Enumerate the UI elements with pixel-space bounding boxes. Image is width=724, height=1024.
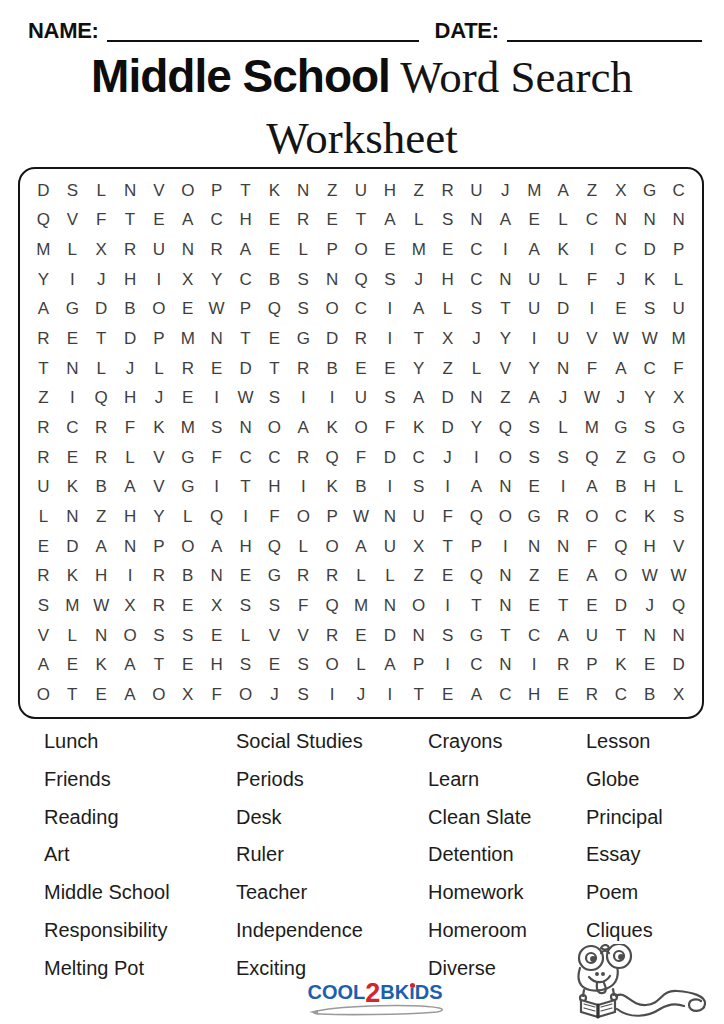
grid-cell-r9c13[interactable]: F bbox=[375, 413, 404, 443]
grid-cell-r2c9[interactable]: E bbox=[260, 206, 289, 236]
grid-cell-r17c8[interactable]: S bbox=[231, 651, 260, 681]
grid-cell-r15c8[interactable]: S bbox=[231, 591, 260, 621]
grid-cell-r2c18[interactable]: E bbox=[520, 206, 549, 236]
grid-cell-r1c17[interactable]: J bbox=[491, 176, 520, 206]
grid-cell-r4c6[interactable]: X bbox=[173, 265, 202, 295]
grid-cell-r8c12[interactable]: U bbox=[347, 384, 376, 414]
grid-cell-r18c2[interactable]: T bbox=[58, 680, 87, 710]
grid-cell-r12c18[interactable]: G bbox=[520, 502, 549, 532]
grid-cell-r18c18[interactable]: H bbox=[520, 680, 549, 710]
grid-cell-r18c22[interactable]: B bbox=[635, 680, 664, 710]
grid-cell-r1c8[interactable]: T bbox=[231, 176, 260, 206]
grid-cell-r6c10[interactable]: G bbox=[289, 324, 318, 354]
grid-cell-r6c9[interactable]: E bbox=[260, 324, 289, 354]
grid-cell-r4c14[interactable]: J bbox=[404, 265, 433, 295]
grid-cell-r17c1[interactable]: A bbox=[29, 651, 58, 681]
grid-cell-r1c2[interactable]: S bbox=[58, 176, 87, 206]
grid-cell-r4c18[interactable]: U bbox=[520, 265, 549, 295]
grid-cell-r18c9[interactable]: J bbox=[260, 680, 289, 710]
grid-cell-r4c21[interactable]: J bbox=[606, 265, 635, 295]
grid-cell-r8c2[interactable]: I bbox=[58, 384, 87, 414]
grid-cell-r13c12[interactable]: A bbox=[347, 532, 376, 562]
grid-cell-r10c17[interactable]: O bbox=[491, 443, 520, 473]
grid-cell-r3c1[interactable]: M bbox=[29, 235, 58, 265]
grid-cell-r1c13[interactable]: H bbox=[375, 176, 404, 206]
grid-cell-r14c13[interactable]: L bbox=[375, 562, 404, 592]
grid-cell-r11c8[interactable]: T bbox=[231, 473, 260, 503]
grid-cell-r16c15[interactable]: S bbox=[433, 621, 462, 651]
grid-cell-r2c8[interactable]: H bbox=[231, 206, 260, 236]
grid-cell-r3c2[interactable]: L bbox=[58, 235, 87, 265]
grid-cell-r4c19[interactable]: L bbox=[549, 265, 578, 295]
grid-cell-r5c18[interactable]: U bbox=[520, 295, 549, 325]
grid-cell-r7c10[interactable]: R bbox=[289, 354, 318, 384]
grid-cell-r18c6[interactable]: X bbox=[173, 680, 202, 710]
grid-cell-r4c13[interactable]: S bbox=[375, 265, 404, 295]
grid-cell-r9c11[interactable]: K bbox=[318, 413, 347, 443]
grid-cell-r4c17[interactable]: N bbox=[491, 265, 520, 295]
grid-cell-r11c6[interactable]: G bbox=[173, 473, 202, 503]
grid-cell-r9c19[interactable]: L bbox=[549, 413, 578, 443]
grid-cell-r13c5[interactable]: P bbox=[144, 532, 173, 562]
grid-cell-r2c21[interactable]: N bbox=[606, 206, 635, 236]
grid-cell-r3c20[interactable]: I bbox=[578, 235, 607, 265]
grid-cell-r12c23[interactable]: S bbox=[664, 502, 693, 532]
grid-cell-r7c16[interactable]: L bbox=[462, 354, 491, 384]
grid-cell-r4c16[interactable]: C bbox=[462, 265, 491, 295]
date-blank-line[interactable] bbox=[507, 16, 702, 42]
grid-cell-r8c16[interactable]: N bbox=[462, 384, 491, 414]
grid-cell-r16c8[interactable]: L bbox=[231, 621, 260, 651]
grid-cell-r18c21[interactable]: C bbox=[606, 680, 635, 710]
grid-cell-r17c4[interactable]: A bbox=[116, 651, 145, 681]
grid-cell-r4c8[interactable]: C bbox=[231, 265, 260, 295]
grid-cell-r14c11[interactable]: R bbox=[318, 562, 347, 592]
grid-cell-r9c18[interactable]: S bbox=[520, 413, 549, 443]
grid-cell-r16c12[interactable]: E bbox=[347, 621, 376, 651]
grid-cell-r13c15[interactable]: T bbox=[433, 532, 462, 562]
grid-cell-r1c4[interactable]: N bbox=[116, 176, 145, 206]
grid-cell-r9c21[interactable]: G bbox=[606, 413, 635, 443]
grid-cell-r16c5[interactable]: S bbox=[144, 621, 173, 651]
grid-cell-r12c14[interactable]: U bbox=[404, 502, 433, 532]
grid-cell-r5c12[interactable]: C bbox=[347, 295, 376, 325]
grid-cell-r15c13[interactable]: N bbox=[375, 591, 404, 621]
grid-cell-r16c11[interactable]: R bbox=[318, 621, 347, 651]
grid-cell-r15c2[interactable]: M bbox=[58, 591, 87, 621]
grid-cell-r6c20[interactable]: V bbox=[578, 324, 607, 354]
grid-cell-r14c20[interactable]: A bbox=[578, 562, 607, 592]
grid-cell-r16c13[interactable]: D bbox=[375, 621, 404, 651]
grid-cell-r17c9[interactable]: E bbox=[260, 651, 289, 681]
grid-cell-r13c6[interactable]: O bbox=[173, 532, 202, 562]
grid-cell-r12c22[interactable]: K bbox=[635, 502, 664, 532]
grid-cell-r12c11[interactable]: P bbox=[318, 502, 347, 532]
grid-cell-r4c2[interactable]: I bbox=[58, 265, 87, 295]
grid-cell-r7c3[interactable]: L bbox=[87, 354, 116, 384]
grid-cell-r15c20[interactable]: E bbox=[578, 591, 607, 621]
grid-cell-r12c13[interactable]: N bbox=[375, 502, 404, 532]
grid-cell-r3c18[interactable]: A bbox=[520, 235, 549, 265]
grid-cell-r3c8[interactable]: A bbox=[231, 235, 260, 265]
grid-cell-r10c10[interactable]: R bbox=[289, 443, 318, 473]
grid-cell-r16c18[interactable]: C bbox=[520, 621, 549, 651]
grid-cell-r17c20[interactable]: P bbox=[578, 651, 607, 681]
grid-cell-r10c5[interactable]: V bbox=[144, 443, 173, 473]
grid-cell-r8c13[interactable]: S bbox=[375, 384, 404, 414]
grid-cell-r14c22[interactable]: W bbox=[635, 562, 664, 592]
grid-cell-r7c17[interactable]: V bbox=[491, 354, 520, 384]
grid-cell-r18c7[interactable]: F bbox=[202, 680, 231, 710]
grid-cell-r18c16[interactable]: A bbox=[462, 680, 491, 710]
grid-cell-r12c1[interactable]: L bbox=[29, 502, 58, 532]
grid-cell-r5c10[interactable]: S bbox=[289, 295, 318, 325]
grid-cell-r14c10[interactable]: R bbox=[289, 562, 318, 592]
grid-cell-r16c19[interactable]: A bbox=[549, 621, 578, 651]
grid-cell-r8c18[interactable]: A bbox=[520, 384, 549, 414]
grid-cell-r13c1[interactable]: E bbox=[29, 532, 58, 562]
grid-cell-r13c9[interactable]: Q bbox=[260, 532, 289, 562]
grid-cell-r8c3[interactable]: Q bbox=[87, 384, 116, 414]
grid-cell-r2c14[interactable]: L bbox=[404, 206, 433, 236]
grid-cell-r14c7[interactable]: N bbox=[202, 562, 231, 592]
grid-cell-r11c3[interactable]: B bbox=[87, 473, 116, 503]
grid-cell-r7c19[interactable]: N bbox=[549, 354, 578, 384]
grid-cell-r9c12[interactable]: O bbox=[347, 413, 376, 443]
grid-cell-r17c17[interactable]: N bbox=[491, 651, 520, 681]
grid-cell-r9c6[interactable]: M bbox=[173, 413, 202, 443]
grid-cell-r1c7[interactable]: P bbox=[202, 176, 231, 206]
grid-cell-r12c4[interactable]: H bbox=[116, 502, 145, 532]
grid-cell-r16c20[interactable]: U bbox=[578, 621, 607, 651]
grid-cell-r5c13[interactable]: I bbox=[375, 295, 404, 325]
grid-cell-r14c19[interactable]: E bbox=[549, 562, 578, 592]
grid-cell-r4c12[interactable]: Q bbox=[347, 265, 376, 295]
grid-cell-r16c9[interactable]: V bbox=[260, 621, 289, 651]
grid-cell-r11c17[interactable]: N bbox=[491, 473, 520, 503]
grid-cell-r9c2[interactable]: C bbox=[58, 413, 87, 443]
grid-cell-r9c14[interactable]: K bbox=[404, 413, 433, 443]
grid-cell-r2c22[interactable]: N bbox=[635, 206, 664, 236]
grid-cell-r5c21[interactable]: E bbox=[606, 295, 635, 325]
grid-cell-r4c10[interactable]: S bbox=[289, 265, 318, 295]
grid-cell-r5c1[interactable]: A bbox=[29, 295, 58, 325]
grid-cell-r6c22[interactable]: W bbox=[635, 324, 664, 354]
grid-cell-r15c22[interactable]: J bbox=[635, 591, 664, 621]
grid-cell-r13c2[interactable]: D bbox=[58, 532, 87, 562]
grid-cell-r5c14[interactable]: A bbox=[404, 295, 433, 325]
grid-cell-r5c19[interactable]: D bbox=[549, 295, 578, 325]
grid-cell-r9c15[interactable]: D bbox=[433, 413, 462, 443]
grid-cell-r11c1[interactable]: U bbox=[29, 473, 58, 503]
grid-cell-r10c2[interactable]: E bbox=[58, 443, 87, 473]
grid-cell-r16c16[interactable]: G bbox=[462, 621, 491, 651]
grid-cell-r13c14[interactable]: X bbox=[404, 532, 433, 562]
grid-cell-r8c14[interactable]: A bbox=[404, 384, 433, 414]
grid-cell-r10c21[interactable]: Z bbox=[606, 443, 635, 473]
grid-cell-r6c8[interactable]: T bbox=[231, 324, 260, 354]
grid-cell-r17c5[interactable]: T bbox=[144, 651, 173, 681]
grid-cell-r9c9[interactable]: O bbox=[260, 413, 289, 443]
grid-cell-r14c2[interactable]: K bbox=[58, 562, 87, 592]
grid-cell-r11c20[interactable]: A bbox=[578, 473, 607, 503]
grid-cell-r5c20[interactable]: I bbox=[578, 295, 607, 325]
grid-cell-r5c17[interactable]: T bbox=[491, 295, 520, 325]
grid-cell-r16c23[interactable]: N bbox=[664, 621, 693, 651]
grid-cell-r7c7[interactable]: E bbox=[202, 354, 231, 384]
grid-cell-r12c8[interactable]: I bbox=[231, 502, 260, 532]
grid-cell-r9c10[interactable]: A bbox=[289, 413, 318, 443]
grid-cell-r4c15[interactable]: H bbox=[433, 265, 462, 295]
grid-cell-r8c7[interactable]: I bbox=[202, 384, 231, 414]
grid-cell-r7c15[interactable]: Z bbox=[433, 354, 462, 384]
grid-cell-r11c12[interactable]: B bbox=[347, 473, 376, 503]
grid-cell-r4c9[interactable]: B bbox=[260, 265, 289, 295]
grid-cell-r6c15[interactable]: X bbox=[433, 324, 462, 354]
grid-cell-r7c9[interactable]: T bbox=[260, 354, 289, 384]
grid-cell-r15c11[interactable]: Q bbox=[318, 591, 347, 621]
grid-cell-r14c15[interactable]: E bbox=[433, 562, 462, 592]
grid-cell-r15c21[interactable]: D bbox=[606, 591, 635, 621]
grid-cell-r13c8[interactable]: H bbox=[231, 532, 260, 562]
grid-cell-r3c22[interactable]: D bbox=[635, 235, 664, 265]
grid-cell-r17c6[interactable]: E bbox=[173, 651, 202, 681]
grid-cell-r15c7[interactable]: X bbox=[202, 591, 231, 621]
grid-cell-r15c6[interactable]: E bbox=[173, 591, 202, 621]
grid-cell-r10c22[interactable]: G bbox=[635, 443, 664, 473]
grid-cell-r8c1[interactable]: Z bbox=[29, 384, 58, 414]
grid-cell-r7c5[interactable]: L bbox=[144, 354, 173, 384]
grid-cell-r11c22[interactable]: H bbox=[635, 473, 664, 503]
grid-cell-r12c10[interactable]: O bbox=[289, 502, 318, 532]
grid-cell-r12c16[interactable]: Q bbox=[462, 502, 491, 532]
grid-cell-r16c6[interactable]: S bbox=[173, 621, 202, 651]
grid-cell-r6c21[interactable]: W bbox=[606, 324, 635, 354]
grid-cell-r5c5[interactable]: O bbox=[144, 295, 173, 325]
grid-cell-r18c14[interactable]: T bbox=[404, 680, 433, 710]
grid-cell-r2c16[interactable]: N bbox=[462, 206, 491, 236]
grid-cell-r7c8[interactable]: D bbox=[231, 354, 260, 384]
grid-cell-r5c7[interactable]: W bbox=[202, 295, 231, 325]
grid-cell-r8c8[interactable]: W bbox=[231, 384, 260, 414]
grid-cell-r7c12[interactable]: E bbox=[347, 354, 376, 384]
grid-cell-r3c3[interactable]: X bbox=[87, 235, 116, 265]
grid-cell-r17c2[interactable]: E bbox=[58, 651, 87, 681]
grid-cell-r5c16[interactable]: S bbox=[462, 295, 491, 325]
grid-cell-r12c15[interactable]: F bbox=[433, 502, 462, 532]
grid-cell-r10c20[interactable]: Q bbox=[578, 443, 607, 473]
grid-cell-r15c23[interactable]: Q bbox=[664, 591, 693, 621]
grid-cell-r11c7[interactable]: I bbox=[202, 473, 231, 503]
grid-cell-r6c16[interactable]: J bbox=[462, 324, 491, 354]
grid-cell-r2c15[interactable]: S bbox=[433, 206, 462, 236]
grid-cell-r10c1[interactable]: R bbox=[29, 443, 58, 473]
grid-cell-r5c2[interactable]: G bbox=[58, 295, 87, 325]
grid-cell-r3c10[interactable]: L bbox=[289, 235, 318, 265]
grid-cell-r5c23[interactable]: U bbox=[664, 295, 693, 325]
grid-cell-r15c5[interactable]: R bbox=[144, 591, 173, 621]
grid-cell-r17c11[interactable]: O bbox=[318, 651, 347, 681]
grid-cell-r6c6[interactable]: M bbox=[173, 324, 202, 354]
grid-cell-r3c6[interactable]: N bbox=[173, 235, 202, 265]
grid-cell-r15c12[interactable]: M bbox=[347, 591, 376, 621]
grid-cell-r12c3[interactable]: Z bbox=[87, 502, 116, 532]
grid-cell-r2c13[interactable]: A bbox=[375, 206, 404, 236]
grid-cell-r10c8[interactable]: C bbox=[231, 443, 260, 473]
grid-cell-r15c3[interactable]: W bbox=[87, 591, 116, 621]
grid-cell-r4c3[interactable]: J bbox=[87, 265, 116, 295]
grid-cell-r11c4[interactable]: A bbox=[116, 473, 145, 503]
grid-cell-r6c18[interactable]: I bbox=[520, 324, 549, 354]
grid-cell-r2c11[interactable]: E bbox=[318, 206, 347, 236]
grid-cell-r10c7[interactable]: F bbox=[202, 443, 231, 473]
grid-cell-r5c8[interactable]: P bbox=[231, 295, 260, 325]
grid-cell-r10c9[interactable]: C bbox=[260, 443, 289, 473]
grid-cell-r3c16[interactable]: C bbox=[462, 235, 491, 265]
grid-cell-r11c21[interactable]: B bbox=[606, 473, 635, 503]
name-blank-line[interactable] bbox=[107, 16, 419, 42]
grid-cell-r11c19[interactable]: I bbox=[549, 473, 578, 503]
grid-cell-r5c15[interactable]: L bbox=[433, 295, 462, 325]
grid-cell-r2c23[interactable]: N bbox=[664, 206, 693, 236]
grid-cell-r7c4[interactable]: J bbox=[116, 354, 145, 384]
grid-cell-r14c12[interactable]: L bbox=[347, 562, 376, 592]
grid-cell-r11c2[interactable]: K bbox=[58, 473, 87, 503]
grid-cell-r14c18[interactable]: Z bbox=[520, 562, 549, 592]
grid-cell-r13c11[interactable]: O bbox=[318, 532, 347, 562]
grid-cell-r16c22[interactable]: N bbox=[635, 621, 664, 651]
grid-cell-r11c23[interactable]: L bbox=[664, 473, 693, 503]
grid-cell-r5c9[interactable]: Q bbox=[260, 295, 289, 325]
grid-cell-r8c23[interactable]: X bbox=[664, 384, 693, 414]
grid-cell-r18c8[interactable]: O bbox=[231, 680, 260, 710]
grid-cell-r14c17[interactable]: N bbox=[491, 562, 520, 592]
grid-cell-r12c17[interactable]: O bbox=[491, 502, 520, 532]
grid-cell-r8c9[interactable]: S bbox=[260, 384, 289, 414]
grid-cell-r12c6[interactable]: L bbox=[173, 502, 202, 532]
grid-cell-r10c12[interactable]: F bbox=[347, 443, 376, 473]
grid-cell-r10c14[interactable]: C bbox=[404, 443, 433, 473]
grid-cell-r17c14[interactable]: P bbox=[404, 651, 433, 681]
grid-cell-r4c1[interactable]: Y bbox=[29, 265, 58, 295]
grid-cell-r6c7[interactable]: N bbox=[202, 324, 231, 354]
grid-cell-r16c17[interactable]: T bbox=[491, 621, 520, 651]
grid-cell-r12c9[interactable]: F bbox=[260, 502, 289, 532]
grid-cell-r13c22[interactable]: H bbox=[635, 532, 664, 562]
grid-cell-r9c3[interactable]: R bbox=[87, 413, 116, 443]
grid-cell-r2c1[interactable]: Q bbox=[29, 206, 58, 236]
grid-cell-r15c17[interactable]: N bbox=[491, 591, 520, 621]
grid-cell-r17c10[interactable]: S bbox=[289, 651, 318, 681]
grid-cell-r17c21[interactable]: K bbox=[606, 651, 635, 681]
grid-cell-r3c17[interactable]: I bbox=[491, 235, 520, 265]
grid-cell-r12c5[interactable]: Y bbox=[144, 502, 173, 532]
grid-cell-r11c18[interactable]: E bbox=[520, 473, 549, 503]
grid-cell-r10c13[interactable]: D bbox=[375, 443, 404, 473]
grid-cell-r11c14[interactable]: S bbox=[404, 473, 433, 503]
grid-cell-r3c12[interactable]: O bbox=[347, 235, 376, 265]
grid-cell-r17c7[interactable]: H bbox=[202, 651, 231, 681]
grid-cell-r13c10[interactable]: L bbox=[289, 532, 318, 562]
grid-cell-r1c11[interactable]: Z bbox=[318, 176, 347, 206]
grid-cell-r2c19[interactable]: L bbox=[549, 206, 578, 236]
grid-cell-r1c6[interactable]: O bbox=[173, 176, 202, 206]
grid-cell-r11c13[interactable]: I bbox=[375, 473, 404, 503]
grid-cell-r5c22[interactable]: S bbox=[635, 295, 664, 325]
grid-cell-r17c3[interactable]: K bbox=[87, 651, 116, 681]
grid-cell-r16c4[interactable]: O bbox=[116, 621, 145, 651]
grid-cell-r3c23[interactable]: P bbox=[664, 235, 693, 265]
grid-cell-r10c3[interactable]: R bbox=[87, 443, 116, 473]
grid-cell-r6c23[interactable]: M bbox=[664, 324, 693, 354]
grid-cell-r4c7[interactable]: Y bbox=[202, 265, 231, 295]
grid-cell-r13c7[interactable]: A bbox=[202, 532, 231, 562]
grid-cell-r7c2[interactable]: N bbox=[58, 354, 87, 384]
grid-cell-r9c5[interactable]: K bbox=[144, 413, 173, 443]
grid-cell-r12c12[interactable]: W bbox=[347, 502, 376, 532]
grid-cell-r7c13[interactable]: E bbox=[375, 354, 404, 384]
grid-cell-r4c4[interactable]: H bbox=[116, 265, 145, 295]
grid-cell-r9c1[interactable]: R bbox=[29, 413, 58, 443]
grid-cell-r6c3[interactable]: T bbox=[87, 324, 116, 354]
grid-cell-r16c2[interactable]: L bbox=[58, 621, 87, 651]
grid-cell-r11c16[interactable]: A bbox=[462, 473, 491, 503]
grid-cell-r1c16[interactable]: U bbox=[462, 176, 491, 206]
grid-cell-r17c15[interactable]: I bbox=[433, 651, 462, 681]
grid-cell-r8c17[interactable]: Z bbox=[491, 384, 520, 414]
grid-cell-r18c15[interactable]: E bbox=[433, 680, 462, 710]
grid-cell-r7c21[interactable]: A bbox=[606, 354, 635, 384]
grid-cell-r18c13[interactable]: I bbox=[375, 680, 404, 710]
grid-cell-r17c18[interactable]: I bbox=[520, 651, 549, 681]
grid-cell-r6c2[interactable]: E bbox=[58, 324, 87, 354]
grid-cell-r11c15[interactable]: I bbox=[433, 473, 462, 503]
grid-cell-r1c22[interactable]: G bbox=[635, 176, 664, 206]
grid-cell-r13c4[interactable]: N bbox=[116, 532, 145, 562]
grid-cell-r15c16[interactable]: T bbox=[462, 591, 491, 621]
grid-cell-r13c21[interactable]: Q bbox=[606, 532, 635, 562]
grid-cell-r13c17[interactable]: I bbox=[491, 532, 520, 562]
grid-cell-r2c20[interactable]: C bbox=[578, 206, 607, 236]
grid-cell-r8c19[interactable]: J bbox=[549, 384, 578, 414]
grid-cell-r13c16[interactable]: P bbox=[462, 532, 491, 562]
grid-cell-r18c20[interactable]: R bbox=[578, 680, 607, 710]
grid-cell-r12c20[interactable]: O bbox=[578, 502, 607, 532]
grid-cell-r11c10[interactable]: I bbox=[289, 473, 318, 503]
grid-cell-r1c10[interactable]: N bbox=[289, 176, 318, 206]
grid-cell-r2c2[interactable]: V bbox=[58, 206, 87, 236]
grid-cell-r7c18[interactable]: Y bbox=[520, 354, 549, 384]
grid-cell-r17c22[interactable]: E bbox=[635, 651, 664, 681]
grid-cell-r13c23[interactable]: V bbox=[664, 532, 693, 562]
grid-cell-r10c6[interactable]: G bbox=[173, 443, 202, 473]
grid-cell-r4c20[interactable]: F bbox=[578, 265, 607, 295]
grid-cell-r15c9[interactable]: S bbox=[260, 591, 289, 621]
grid-cell-r18c17[interactable]: C bbox=[491, 680, 520, 710]
grid-cell-r11c5[interactable]: V bbox=[144, 473, 173, 503]
grid-cell-r1c19[interactable]: A bbox=[549, 176, 578, 206]
grid-cell-r3c4[interactable]: R bbox=[116, 235, 145, 265]
grid-cell-r10c11[interactable]: Q bbox=[318, 443, 347, 473]
grid-cell-r8c10[interactable]: I bbox=[289, 384, 318, 414]
grid-cell-r18c4[interactable]: A bbox=[116, 680, 145, 710]
grid-cell-r5c3[interactable]: D bbox=[87, 295, 116, 325]
grid-cell-r14c4[interactable]: I bbox=[116, 562, 145, 592]
grid-cell-r2c4[interactable]: T bbox=[116, 206, 145, 236]
grid-cell-r5c4[interactable]: B bbox=[116, 295, 145, 325]
grid-cell-r9c20[interactable]: M bbox=[578, 413, 607, 443]
grid-cell-r5c11[interactable]: O bbox=[318, 295, 347, 325]
